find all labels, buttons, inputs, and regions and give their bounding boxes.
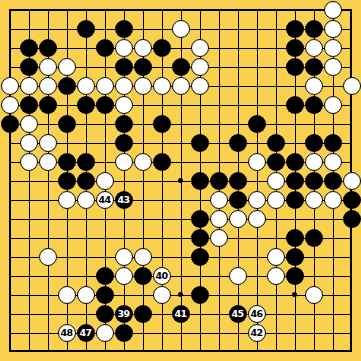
board-intersection[interactable] (190, 95, 209, 114)
board-intersection[interactable] (190, 76, 209, 95)
board-intersection[interactable] (95, 342, 114, 361)
board-intersection[interactable] (247, 114, 266, 133)
board-intersection[interactable] (209, 38, 228, 57)
board-intersection[interactable] (19, 114, 38, 133)
board-intersection[interactable] (304, 247, 323, 266)
board-intersection[interactable] (171, 247, 190, 266)
board-intersection[interactable] (171, 342, 190, 361)
board-intersection[interactable] (19, 342, 38, 361)
board-intersection[interactable]: 45 (228, 304, 247, 323)
board-intersection[interactable] (152, 19, 171, 38)
board-intersection[interactable] (38, 304, 57, 323)
board-intersection[interactable] (228, 0, 247, 19)
board-intersection[interactable] (171, 228, 190, 247)
board-intersection[interactable] (95, 19, 114, 38)
board-intersection[interactable] (152, 0, 171, 19)
board-intersection[interactable] (19, 133, 38, 152)
board-intersection[interactable] (304, 57, 323, 76)
board-intersection[interactable] (304, 266, 323, 285)
board-intersection[interactable]: 43 (114, 190, 133, 209)
board-intersection[interactable] (285, 209, 304, 228)
board-intersection[interactable] (57, 152, 76, 171)
board-intersection[interactable]: 41 (171, 304, 190, 323)
board-intersection[interactable] (247, 0, 266, 19)
board-intersection[interactable] (38, 190, 57, 209)
board-intersection[interactable] (304, 342, 323, 361)
board-intersection[interactable] (266, 247, 285, 266)
board-intersection[interactable] (266, 323, 285, 342)
board-intersection[interactable] (95, 0, 114, 19)
board-intersection[interactable] (285, 228, 304, 247)
board-intersection[interactable] (209, 152, 228, 171)
board-intersection[interactable] (0, 171, 19, 190)
board-intersection[interactable] (190, 0, 209, 19)
board-intersection[interactable] (57, 171, 76, 190)
board-intersection[interactable] (38, 171, 57, 190)
board-intersection[interactable] (285, 38, 304, 57)
board-intersection[interactable] (304, 133, 323, 152)
board-intersection[interactable] (323, 266, 342, 285)
board-intersection[interactable] (38, 0, 57, 19)
board-intersection[interactable] (190, 19, 209, 38)
board-intersection[interactable] (133, 152, 152, 171)
board-intersection[interactable] (209, 209, 228, 228)
board-intersection[interactable] (0, 209, 19, 228)
board-intersection[interactable] (152, 38, 171, 57)
board-intersection[interactable] (228, 171, 247, 190)
board-intersection[interactable] (76, 114, 95, 133)
board-intersection[interactable] (247, 95, 266, 114)
board-intersection[interactable] (152, 95, 171, 114)
board-intersection[interactable] (152, 285, 171, 304)
board-intersection[interactable] (285, 247, 304, 266)
board-intersection[interactable] (133, 247, 152, 266)
board-intersection[interactable] (19, 19, 38, 38)
board-intersection[interactable] (266, 38, 285, 57)
board-intersection[interactable] (38, 285, 57, 304)
board-intersection[interactable] (190, 171, 209, 190)
board-intersection[interactable] (228, 152, 247, 171)
board-intersection[interactable] (0, 57, 19, 76)
board-intersection[interactable] (133, 133, 152, 152)
board-intersection[interactable] (95, 285, 114, 304)
board-intersection[interactable] (342, 285, 361, 304)
board-intersection[interactable] (133, 304, 152, 323)
board-intersection[interactable] (114, 342, 133, 361)
board-intersection[interactable] (171, 209, 190, 228)
board-intersection[interactable] (266, 152, 285, 171)
board-intersection[interactable] (152, 57, 171, 76)
board-intersection[interactable] (209, 247, 228, 266)
board-intersection[interactable] (95, 304, 114, 323)
board-intersection[interactable] (152, 228, 171, 247)
board-intersection[interactable] (57, 114, 76, 133)
board-intersection[interactable] (209, 228, 228, 247)
board-intersection[interactable] (190, 266, 209, 285)
board-intersection[interactable] (57, 95, 76, 114)
board-intersection[interactable] (266, 76, 285, 95)
board-intersection[interactable] (133, 190, 152, 209)
board-intersection[interactable] (19, 228, 38, 247)
board-intersection[interactable] (95, 57, 114, 76)
board-intersection[interactable] (133, 171, 152, 190)
board-intersection[interactable] (266, 19, 285, 38)
board-intersection[interactable] (171, 38, 190, 57)
board-intersection[interactable] (190, 285, 209, 304)
board-intersection[interactable] (209, 323, 228, 342)
board-intersection[interactable] (171, 285, 190, 304)
board-intersection[interactable] (228, 266, 247, 285)
board-intersection[interactable] (133, 57, 152, 76)
board-intersection[interactable] (114, 19, 133, 38)
board-intersection[interactable] (342, 266, 361, 285)
board-intersection[interactable] (304, 285, 323, 304)
board-intersection[interactable] (0, 133, 19, 152)
board-intersection[interactable] (133, 323, 152, 342)
board-intersection[interactable] (0, 38, 19, 57)
board-intersection[interactable] (285, 152, 304, 171)
board-intersection[interactable] (38, 266, 57, 285)
board-intersection[interactable] (133, 266, 152, 285)
board-intersection[interactable] (266, 266, 285, 285)
board-intersection[interactable] (19, 209, 38, 228)
board-intersection[interactable] (323, 342, 342, 361)
board-intersection[interactable]: 39 (114, 304, 133, 323)
board-intersection[interactable] (95, 228, 114, 247)
board-intersection[interactable] (209, 114, 228, 133)
board-intersection[interactable] (76, 285, 95, 304)
board-intersection[interactable] (247, 209, 266, 228)
board-intersection[interactable] (190, 228, 209, 247)
board-intersection[interactable] (247, 266, 266, 285)
board-intersection[interactable] (266, 228, 285, 247)
board-intersection[interactable] (228, 95, 247, 114)
board-intersection[interactable] (304, 19, 323, 38)
board-intersection[interactable] (342, 247, 361, 266)
board-intersection[interactable] (57, 285, 76, 304)
board-intersection[interactable] (171, 323, 190, 342)
board-intersection[interactable] (266, 133, 285, 152)
board-intersection[interactable] (323, 171, 342, 190)
board-intersection[interactable] (247, 152, 266, 171)
board-intersection[interactable] (342, 171, 361, 190)
board-intersection[interactable]: 44 (95, 190, 114, 209)
board-intersection[interactable] (152, 323, 171, 342)
board-intersection[interactable] (323, 38, 342, 57)
board-intersection[interactable] (38, 76, 57, 95)
board-intersection[interactable] (247, 57, 266, 76)
board-intersection[interactable] (38, 57, 57, 76)
board-intersection[interactable] (152, 133, 171, 152)
board-intersection[interactable] (38, 19, 57, 38)
board-intersection[interactable] (152, 342, 171, 361)
board-intersection[interactable] (209, 0, 228, 19)
board-intersection[interactable] (0, 152, 19, 171)
board-intersection[interactable] (323, 95, 342, 114)
board-intersection[interactable] (76, 171, 95, 190)
board-intersection[interactable] (57, 342, 76, 361)
board-intersection[interactable] (304, 0, 323, 19)
board-intersection[interactable] (323, 19, 342, 38)
board-intersection[interactable] (190, 57, 209, 76)
board-intersection[interactable] (285, 342, 304, 361)
board-intersection[interactable] (0, 0, 19, 19)
board-intersection[interactable] (209, 285, 228, 304)
board-intersection[interactable] (342, 76, 361, 95)
board-intersection[interactable] (95, 114, 114, 133)
board-intersection[interactable] (57, 133, 76, 152)
board-intersection[interactable] (171, 95, 190, 114)
board-intersection[interactable] (304, 228, 323, 247)
board-intersection[interactable] (171, 171, 190, 190)
board-intersection[interactable] (304, 152, 323, 171)
board-intersection[interactable] (76, 228, 95, 247)
board-intersection[interactable] (95, 266, 114, 285)
board-intersection[interactable] (171, 190, 190, 209)
board-intersection[interactable] (209, 190, 228, 209)
board-intersection[interactable] (114, 228, 133, 247)
board-intersection[interactable] (266, 171, 285, 190)
board-intersection[interactable] (57, 38, 76, 57)
board-intersection[interactable] (285, 190, 304, 209)
board-intersection[interactable] (0, 228, 19, 247)
board-intersection[interactable]: 48 (57, 323, 76, 342)
board-intersection[interactable] (285, 171, 304, 190)
board-intersection[interactable] (266, 0, 285, 19)
board-intersection[interactable] (76, 190, 95, 209)
board-intersection[interactable]: 42 (247, 323, 266, 342)
board-intersection[interactable] (76, 95, 95, 114)
board-intersection[interactable] (0, 285, 19, 304)
board-intersection[interactable] (76, 152, 95, 171)
board-intersection[interactable] (19, 247, 38, 266)
board-intersection[interactable] (228, 57, 247, 76)
board-intersection[interactable] (57, 57, 76, 76)
board-intersection[interactable] (133, 114, 152, 133)
board-intersection[interactable] (209, 342, 228, 361)
board-intersection[interactable] (38, 228, 57, 247)
board-intersection[interactable] (304, 209, 323, 228)
board-intersection[interactable] (209, 95, 228, 114)
board-intersection[interactable] (114, 266, 133, 285)
board-intersection[interactable] (285, 76, 304, 95)
board-intersection[interactable] (266, 57, 285, 76)
board-intersection[interactable] (323, 209, 342, 228)
board-intersection[interactable] (285, 323, 304, 342)
board-intersection[interactable] (266, 209, 285, 228)
board-intersection[interactable] (342, 19, 361, 38)
board-intersection[interactable] (38, 38, 57, 57)
board-intersection[interactable] (304, 38, 323, 57)
board-intersection[interactable] (38, 95, 57, 114)
board-intersection[interactable] (342, 304, 361, 323)
board-intersection[interactable] (190, 190, 209, 209)
board-intersection[interactable] (190, 304, 209, 323)
board-intersection[interactable] (171, 0, 190, 19)
board-intersection[interactable] (304, 304, 323, 323)
board-intersection[interactable] (266, 95, 285, 114)
board-intersection[interactable] (95, 209, 114, 228)
board-intersection[interactable] (323, 247, 342, 266)
board-intersection[interactable] (152, 171, 171, 190)
board-intersection[interactable] (133, 0, 152, 19)
board-intersection[interactable] (19, 304, 38, 323)
board-intersection[interactable] (228, 323, 247, 342)
board-intersection[interactable] (342, 0, 361, 19)
board-intersection[interactable] (304, 323, 323, 342)
board-intersection[interactable] (76, 57, 95, 76)
board-intersection[interactable] (209, 171, 228, 190)
board-intersection[interactable] (0, 323, 19, 342)
board-intersection[interactable] (323, 152, 342, 171)
board-intersection[interactable] (285, 0, 304, 19)
board-intersection[interactable] (323, 133, 342, 152)
board-intersection[interactable] (19, 38, 38, 57)
board-intersection[interactable] (133, 228, 152, 247)
board-intersection[interactable] (0, 76, 19, 95)
board-intersection[interactable] (342, 133, 361, 152)
board-intersection[interactable] (171, 266, 190, 285)
board-intersection[interactable] (304, 95, 323, 114)
board-intersection[interactable] (323, 57, 342, 76)
board-intersection[interactable] (19, 76, 38, 95)
board-intersection[interactable] (228, 114, 247, 133)
board-intersection[interactable] (19, 57, 38, 76)
board-intersection[interactable] (190, 114, 209, 133)
board-intersection[interactable] (266, 114, 285, 133)
board-intersection[interactable] (209, 57, 228, 76)
board-intersection[interactable] (228, 38, 247, 57)
board-intersection[interactable] (0, 19, 19, 38)
board-intersection[interactable] (152, 209, 171, 228)
board-intersection[interactable] (114, 95, 133, 114)
board-intersection[interactable] (95, 171, 114, 190)
board-intersection[interactable] (114, 323, 133, 342)
board-intersection[interactable] (171, 114, 190, 133)
board-intersection[interactable] (133, 209, 152, 228)
board-intersection[interactable] (76, 38, 95, 57)
board-intersection[interactable] (0, 304, 19, 323)
board-intersection[interactable] (247, 190, 266, 209)
board-intersection[interactable] (247, 38, 266, 57)
board-intersection[interactable] (76, 0, 95, 19)
board-intersection[interactable] (247, 285, 266, 304)
board-intersection[interactable] (114, 152, 133, 171)
board-intersection[interactable] (19, 152, 38, 171)
board-intersection[interactable] (38, 342, 57, 361)
board-intersection[interactable] (114, 76, 133, 95)
board-intersection[interactable] (133, 342, 152, 361)
board-intersection[interactable]: 40 (152, 266, 171, 285)
board-intersection[interactable] (342, 190, 361, 209)
board-intersection[interactable] (57, 190, 76, 209)
board-intersection[interactable] (95, 133, 114, 152)
board-intersection[interactable] (266, 342, 285, 361)
board-intersection[interactable] (57, 209, 76, 228)
board-intersection[interactable] (0, 190, 19, 209)
board-intersection[interactable] (285, 114, 304, 133)
board-intersection[interactable] (114, 171, 133, 190)
board-intersection[interactable] (76, 133, 95, 152)
board-intersection[interactable] (19, 285, 38, 304)
board-intersection[interactable] (266, 190, 285, 209)
board-intersection[interactable] (95, 76, 114, 95)
board-intersection[interactable] (152, 152, 171, 171)
board-intersection[interactable] (38, 323, 57, 342)
board-intersection[interactable] (247, 247, 266, 266)
board-intersection[interactable] (76, 247, 95, 266)
board-intersection[interactable] (323, 304, 342, 323)
board-intersection[interactable] (19, 0, 38, 19)
board-intersection[interactable] (285, 95, 304, 114)
board-intersection[interactable] (304, 114, 323, 133)
board-intersection[interactable] (228, 247, 247, 266)
board-intersection[interactable] (38, 152, 57, 171)
board-intersection[interactable] (304, 190, 323, 209)
board-intersection[interactable] (323, 76, 342, 95)
board-intersection[interactable] (152, 114, 171, 133)
board-intersection[interactable] (171, 57, 190, 76)
board-intersection[interactable] (152, 247, 171, 266)
board-intersection[interactable] (133, 95, 152, 114)
board-intersection[interactable] (228, 209, 247, 228)
board-intersection[interactable] (57, 266, 76, 285)
board-intersection[interactable] (95, 38, 114, 57)
board-intersection[interactable] (323, 0, 342, 19)
board-intersection[interactable] (76, 266, 95, 285)
board-intersection[interactable] (209, 266, 228, 285)
board-intersection[interactable] (57, 247, 76, 266)
board-intersection[interactable] (171, 152, 190, 171)
board-intersection[interactable] (133, 19, 152, 38)
board-intersection[interactable] (342, 228, 361, 247)
board-intersection[interactable] (0, 247, 19, 266)
board-intersection[interactable] (190, 209, 209, 228)
board-intersection[interactable] (114, 57, 133, 76)
board-intersection[interactable] (323, 190, 342, 209)
board-intersection[interactable] (247, 228, 266, 247)
board-intersection[interactable] (285, 19, 304, 38)
board-intersection[interactable] (114, 209, 133, 228)
board-intersection[interactable] (228, 285, 247, 304)
board-intersection[interactable] (190, 323, 209, 342)
board-intersection[interactable] (342, 114, 361, 133)
board-intersection[interactable] (342, 57, 361, 76)
board-intersection[interactable] (38, 209, 57, 228)
board-intersection[interactable] (114, 133, 133, 152)
board-intersection[interactable] (171, 76, 190, 95)
board-intersection[interactable] (247, 19, 266, 38)
board-intersection[interactable] (247, 342, 266, 361)
board-intersection[interactable] (190, 247, 209, 266)
board-intersection[interactable] (209, 19, 228, 38)
board-intersection[interactable] (0, 342, 19, 361)
board-intersection[interactable] (171, 19, 190, 38)
board-intersection[interactable] (323, 228, 342, 247)
board-intersection[interactable] (95, 95, 114, 114)
board-intersection[interactable] (266, 304, 285, 323)
board-intersection[interactable] (285, 133, 304, 152)
board-intersection[interactable] (57, 19, 76, 38)
board-intersection[interactable] (114, 38, 133, 57)
board-intersection[interactable] (95, 152, 114, 171)
board-intersection[interactable] (304, 76, 323, 95)
board-intersection[interactable] (323, 285, 342, 304)
board-intersection[interactable] (342, 342, 361, 361)
board-intersection[interactable] (57, 304, 76, 323)
board-intersection[interactable] (38, 247, 57, 266)
board-intersection[interactable] (342, 152, 361, 171)
